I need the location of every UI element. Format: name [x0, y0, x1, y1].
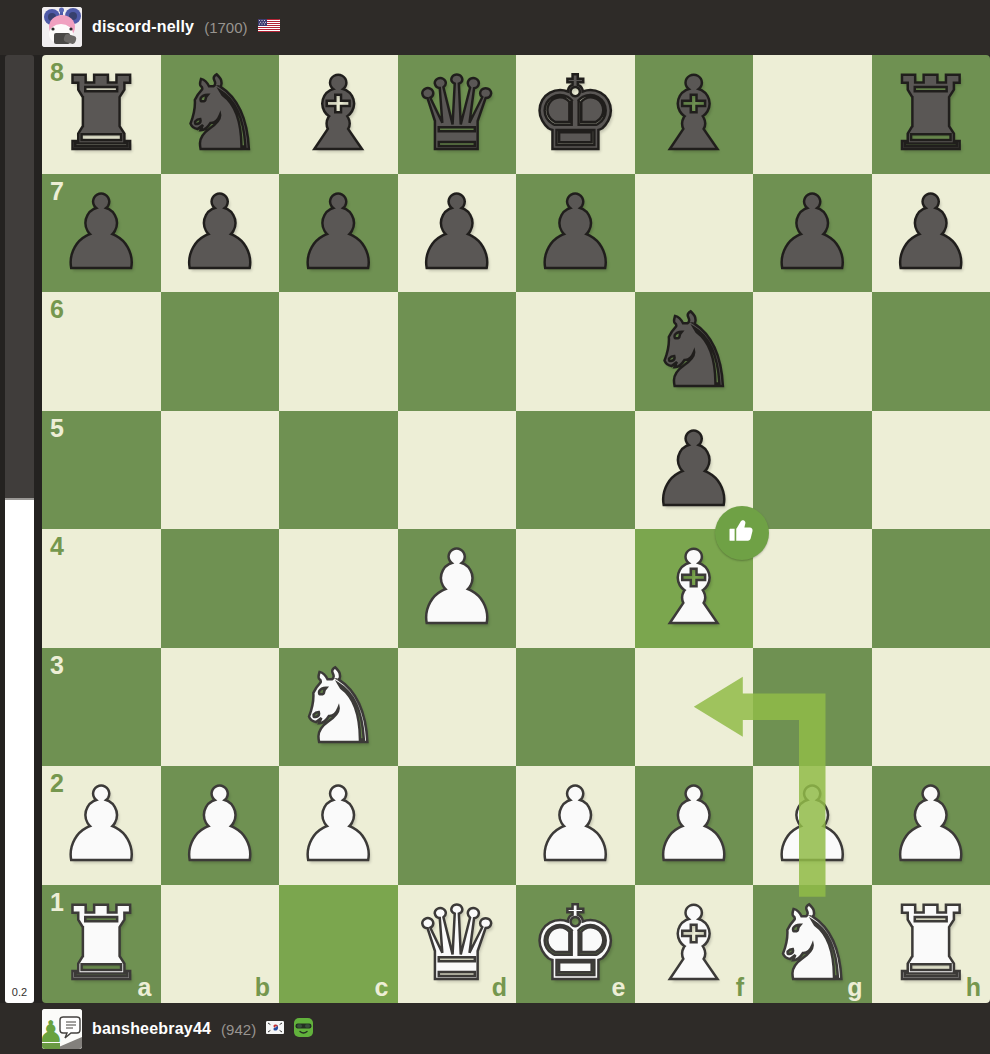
board-square[interactable]: 2♟︎	[42, 766, 161, 885]
board-square[interactable]	[398, 648, 517, 767]
board-square[interactable]	[279, 292, 398, 411]
board-square[interactable]	[872, 648, 990, 767]
black-knight[interactable]: ♞︎	[635, 292, 754, 411]
file-label: e	[612, 973, 626, 1002]
board-square[interactable]	[753, 411, 872, 530]
file-label: d	[492, 973, 507, 1002]
black-pawn[interactable]: ♟︎	[753, 174, 872, 293]
black-king[interactable]: ♚︎	[516, 55, 635, 174]
rank-label: 3	[50, 651, 64, 680]
black-pawn[interactable]: ♟︎	[398, 174, 517, 293]
cool-sunglasses-emoji-icon	[294, 1018, 313, 1041]
rank-label: 4	[50, 532, 64, 561]
board-square[interactable]: ♞︎	[635, 292, 754, 411]
rank-label: 8	[50, 58, 64, 87]
board-square[interactable]: ♟︎	[398, 174, 517, 293]
board-square[interactable]: e♚︎	[516, 885, 635, 1004]
board-square[interactable]	[516, 411, 635, 530]
top-player-name[interactable]: discord-nelly	[92, 18, 194, 36]
board-square[interactable]	[753, 55, 872, 174]
board-square[interactable]	[516, 529, 635, 648]
board-square[interactable]: 7♟︎	[42, 174, 161, 293]
board-square[interactable]	[753, 648, 872, 767]
board-square[interactable]: b	[161, 885, 280, 1004]
board-square[interactable]	[279, 529, 398, 648]
board-square[interactable]	[872, 292, 990, 411]
board-square[interactable]: c	[279, 885, 398, 1004]
board-square[interactable]: ♟︎	[161, 174, 280, 293]
bottom-player-avatar[interactable]: ♟︎	[42, 1009, 82, 1049]
board-square[interactable]: ♟︎	[635, 766, 754, 885]
board-square[interactable]: ♟︎	[279, 174, 398, 293]
top-player-bar: discord-nelly (1700)	[0, 0, 990, 55]
black-bishop[interactable]: ♝︎	[279, 55, 398, 174]
board-square[interactable]	[753, 529, 872, 648]
board-square[interactable]	[516, 292, 635, 411]
white-pawn[interactable]: ♟︎	[161, 766, 280, 885]
board-square[interactable]: 5	[42, 411, 161, 530]
evaluation-bar-white-section: 0.2	[5, 498, 34, 1003]
evaluation-score: 0.2	[5, 986, 34, 998]
board-square[interactable]: ♟︎	[279, 766, 398, 885]
top-player-rating: (1700)	[204, 19, 247, 36]
board-square[interactable]: ♟︎	[398, 529, 517, 648]
board-square[interactable]: ♞︎	[279, 648, 398, 767]
board-square[interactable]: g♞︎	[753, 885, 872, 1004]
chess-board[interactable]: 8♜︎♞︎♝︎♛︎♚︎♝︎♜︎7♟︎♟︎♟︎♟︎♟︎♟︎♟︎6♞︎5♟︎4♟︎♝…	[42, 55, 990, 1003]
evaluation-bar-black-section	[5, 55, 34, 498]
board-square[interactable]: ♟︎	[516, 766, 635, 885]
file-label: b	[255, 973, 270, 1002]
evaluation-bar: 0.2	[5, 55, 34, 1003]
board-square[interactable]	[753, 292, 872, 411]
white-pawn[interactable]: ♟︎	[872, 766, 990, 885]
board-square[interactable]: f♝︎	[635, 885, 754, 1004]
board-square[interactable]	[635, 174, 754, 293]
black-rook[interactable]: ♜︎	[872, 55, 990, 174]
white-pawn[interactable]: ♟︎	[279, 766, 398, 885]
file-label: g	[847, 973, 862, 1002]
file-label: c	[375, 973, 389, 1002]
board-square[interactable]: 3	[42, 648, 161, 767]
board-square[interactable]: ♟︎	[161, 766, 280, 885]
good-move-badge	[715, 506, 769, 560]
rank-label: 5	[50, 414, 64, 443]
board-square[interactable]: h♜︎	[872, 885, 990, 1004]
board-square[interactable]	[161, 292, 280, 411]
board-square[interactable]	[872, 411, 990, 530]
board-square[interactable]: 4	[42, 529, 161, 648]
black-queen[interactable]: ♛︎	[398, 55, 517, 174]
black-pawn[interactable]: ♟︎	[161, 174, 280, 293]
board-square[interactable]	[279, 411, 398, 530]
board-square[interactable]	[872, 529, 990, 648]
black-pawn[interactable]: ♟︎	[872, 174, 990, 293]
board-square[interactable]: 8♜︎	[42, 55, 161, 174]
file-label: a	[138, 973, 152, 1002]
board-square[interactable]	[161, 529, 280, 648]
rank-label: 7	[50, 177, 64, 206]
top-player-avatar[interactable]	[42, 7, 82, 47]
bottom-player-bar: ♟︎ bansheebray44 (942)	[0, 1003, 990, 1054]
board-square[interactable]: 1a♜︎	[42, 885, 161, 1004]
board-square[interactable]	[161, 411, 280, 530]
board-square[interactable]: ♟︎	[516, 174, 635, 293]
board-square[interactable]	[516, 648, 635, 767]
board-square[interactable]	[398, 292, 517, 411]
bottom-player-name[interactable]: bansheebray44	[92, 1020, 211, 1038]
white-pawn[interactable]: ♟︎	[635, 766, 754, 885]
rank-label: 2	[50, 769, 64, 798]
thumbs-up-icon	[727, 516, 757, 550]
rank-label: 6	[50, 295, 64, 324]
board-square[interactable]: d♛︎	[398, 885, 517, 1004]
board-square[interactable]	[635, 648, 754, 767]
black-bishop[interactable]: ♝︎	[635, 55, 754, 174]
board-square[interactable]	[398, 411, 517, 530]
board-square[interactable]	[398, 766, 517, 885]
file-label: h	[966, 973, 981, 1002]
board-square[interactable]: ♛︎	[398, 55, 517, 174]
black-knight[interactable]: ♞︎	[161, 55, 280, 174]
kr-flag-icon	[266, 1020, 284, 1038]
board-square[interactable]: ♟︎	[753, 174, 872, 293]
black-pawn[interactable]: ♟︎	[516, 174, 635, 293]
board-square[interactable]: 6	[42, 292, 161, 411]
board-square[interactable]: ♟︎	[872, 174, 990, 293]
white-pawn[interactable]: ♟︎	[516, 766, 635, 885]
bottom-player-rating: (942)	[221, 1021, 256, 1038]
white-pawn[interactable]: ♟︎	[398, 529, 517, 648]
board-square[interactable]: ♟︎	[753, 766, 872, 885]
us-flag-icon	[258, 18, 280, 36]
file-label: f	[736, 973, 744, 1002]
board-square[interactable]: ♚︎	[516, 55, 635, 174]
board-square[interactable]: ♟︎	[872, 766, 990, 885]
black-pawn[interactable]: ♟︎	[279, 174, 398, 293]
rank-label: 1	[50, 888, 64, 917]
board-square[interactable]: ♜︎	[872, 55, 990, 174]
white-knight[interactable]: ♞︎	[279, 648, 398, 767]
board-square[interactable]: ♝︎	[635, 55, 754, 174]
board-square[interactable]	[161, 648, 280, 767]
board-square[interactable]: ♝︎	[279, 55, 398, 174]
board-square[interactable]: ♞︎	[161, 55, 280, 174]
white-pawn[interactable]: ♟︎	[753, 766, 872, 885]
